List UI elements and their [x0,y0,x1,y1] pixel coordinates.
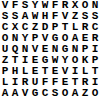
grid-cell-r10c9[interactable]: G [80,99,90,100]
grid-cell-r10c6[interactable]: B [50,99,60,100]
grid-cell-r10c8[interactable]: N [70,99,80,100]
grid-cell-r10c5[interactable]: S [40,99,50,100]
grid-cell-r10c4[interactable]: Y [30,99,40,100]
word-search-grid: VFSYWFRXONSSAWHFVZSSCXCZDPTLRCONYPVGOAER… [0,0,100,100]
grid-cell-r10c7[interactable]: Z [60,99,70,100]
grid-cell-r10c3[interactable]: D [20,99,30,100]
grid-cell-r10c10[interactable]: N [90,99,100,100]
grid-cell-r10c1[interactable]: C [0,99,10,100]
grid-cell-r10c2[interactable]: R [10,99,20,100]
